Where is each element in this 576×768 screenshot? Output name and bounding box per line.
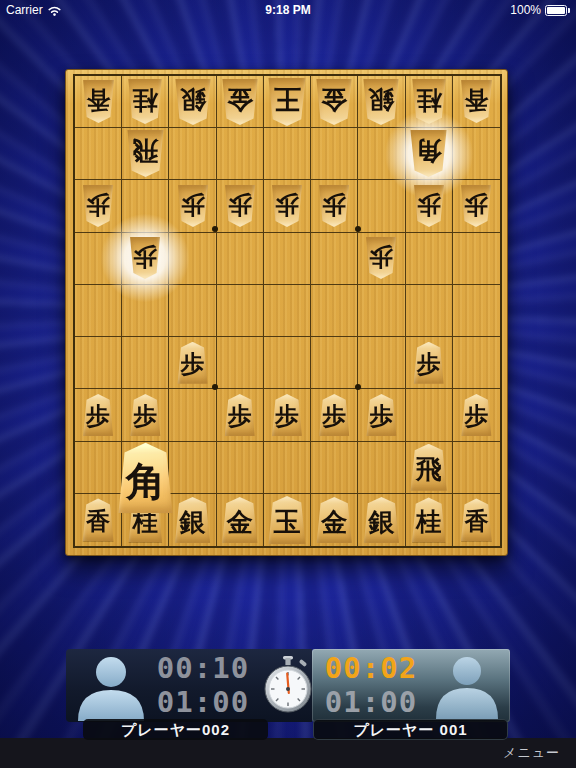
board-square[interactable]	[453, 442, 500, 494]
piece-silver-sente[interactable]: 銀	[361, 497, 401, 543]
piece-pawn-sente[interactable]: 歩	[317, 394, 351, 436]
player1-main-time: 01:00	[316, 685, 426, 719]
board-square[interactable]	[75, 337, 122, 389]
piece-pawn-sente[interactable]: 歩	[364, 394, 398, 436]
board-square[interactable]	[169, 442, 216, 494]
piece-pawn-sente[interactable]: 歩	[81, 394, 115, 436]
star-point	[212, 384, 218, 390]
board-square[interactable]: 歩	[75, 180, 122, 232]
piece-kanji: 歩	[228, 404, 252, 428]
piece-kanji: 歩	[275, 404, 299, 428]
board-square[interactable]	[169, 285, 216, 337]
player1-avatar-icon	[430, 653, 504, 719]
board-square[interactable]: 金	[217, 494, 264, 546]
board-square[interactable]: 歩	[406, 337, 453, 389]
piece-silver-sente[interactable]: 銀	[173, 497, 213, 543]
board-square[interactable]: 桂	[122, 76, 169, 128]
stopwatch-icon	[263, 655, 313, 717]
board-square[interactable]: 金	[311, 494, 358, 546]
piece-silver-gote[interactable]: 銀	[361, 79, 401, 125]
piece-gold-gote[interactable]: 金	[220, 79, 260, 125]
piece-kanji: 香	[464, 88, 488, 112]
board-square[interactable]	[75, 128, 122, 180]
star-point	[212, 226, 218, 232]
piece-kanji: 銀	[368, 508, 394, 534]
board-square[interactable]: 歩	[217, 389, 264, 441]
board-square[interactable]	[453, 285, 500, 337]
piece-kanji: 銀	[180, 508, 206, 534]
board-square[interactable]: 歩	[311, 180, 358, 232]
piece-pawn-sente[interactable]: 歩	[128, 394, 162, 436]
piece-lance-sente[interactable]: 香	[459, 498, 494, 541]
piece-gold-gote[interactable]: 金	[314, 79, 354, 125]
piece-rook-sente[interactable]: 飛	[408, 444, 449, 491]
board-square[interactable]	[75, 233, 122, 285]
piece-knight-sente[interactable]: 桂	[410, 497, 448, 542]
bottom-bar: メニュー	[0, 738, 576, 768]
piece-pawn-gote[interactable]: 歩	[223, 185, 257, 227]
battery-icon	[545, 5, 570, 16]
piece-kanji: 歩	[369, 404, 393, 428]
piece-kanji: 金	[321, 508, 347, 534]
board-square[interactable]	[358, 337, 405, 389]
board-square[interactable]	[311, 128, 358, 180]
board-square[interactable]: 歩	[311, 389, 358, 441]
piece-knight-gote[interactable]: 桂	[126, 79, 164, 124]
piece-kanji: 桂	[416, 88, 441, 113]
piece-kanji: 香	[464, 509, 488, 533]
board-square[interactable]	[358, 285, 405, 337]
board-square[interactable]	[75, 285, 122, 337]
board-square[interactable]	[311, 337, 358, 389]
board-square[interactable]	[453, 128, 500, 180]
piece-knight-gote[interactable]: 桂	[410, 79, 448, 124]
board-square[interactable]	[311, 233, 358, 285]
board-square[interactable]: 銀	[358, 494, 405, 546]
board-square[interactable]	[358, 128, 405, 180]
player1-name: プレーヤー 001	[313, 719, 508, 740]
star-point	[355, 226, 361, 232]
player2-avatar-icon	[72, 653, 150, 721]
board-square[interactable]: 歩	[169, 337, 216, 389]
piece-gold-sente[interactable]: 金	[314, 497, 354, 543]
board-square[interactable]	[217, 285, 264, 337]
piece-king-gote[interactable]: 王	[266, 78, 308, 126]
piece-kanji: 角	[416, 139, 442, 165]
piece-kanji: 歩	[133, 245, 157, 269]
board-square[interactable]: 歩	[358, 389, 405, 441]
board-square[interactable]	[264, 337, 311, 389]
piece-silver-gote[interactable]: 銀	[173, 79, 213, 125]
piece-pawn-gote[interactable]: 歩	[270, 185, 304, 227]
board-square[interactable]: 銀	[169, 494, 216, 546]
board-square[interactable]	[453, 337, 500, 389]
board-square[interactable]	[122, 285, 169, 337]
board-square[interactable]: 玉	[264, 494, 311, 546]
board-square[interactable]: 歩	[453, 180, 500, 232]
piece-kanji: 歩	[322, 404, 346, 428]
board-square[interactable]	[264, 285, 311, 337]
piece-kanji: 銀	[180, 87, 206, 113]
board-square[interactable]: 歩	[169, 180, 216, 232]
piece-kanji: 歩	[228, 193, 252, 217]
board-square[interactable]	[406, 285, 453, 337]
board-square[interactable]: 歩	[122, 389, 169, 441]
piece-pawn-gote[interactable]: 歩	[176, 185, 210, 227]
piece-kanji: 香	[86, 88, 110, 112]
piece-gold-sente[interactable]: 金	[220, 497, 260, 543]
piece-king-sente[interactable]: 玉	[266, 496, 308, 544]
piece-pawn-gote[interactable]: 歩	[459, 185, 493, 227]
piece-kanji: 金	[227, 508, 253, 534]
piece-lance-gote[interactable]: 香	[459, 80, 494, 123]
app-screen: Carrier 9:18 PM 100% 香桂銀金王金銀桂香飛角歩歩歩歩歩歩歩歩…	[0, 0, 576, 768]
board-grid: 香桂銀金王金銀桂香飛角歩歩歩歩歩歩歩歩歩歩歩歩歩歩歩歩歩歩角飛香桂銀金玉金銀桂香	[73, 74, 502, 548]
piece-pawn-gote[interactable]: 歩	[364, 237, 398, 279]
board-square[interactable]	[75, 442, 122, 494]
piece-kanji: 飛	[416, 456, 442, 482]
piece-lance-sente[interactable]: 香	[81, 498, 116, 541]
piece-pawn-gote[interactable]: 歩	[81, 185, 115, 227]
piece-kanji: 歩	[464, 193, 488, 217]
board-square[interactable]	[264, 233, 311, 285]
board-square[interactable]	[122, 337, 169, 389]
board-square[interactable]	[311, 285, 358, 337]
board-square[interactable]: 歩	[75, 389, 122, 441]
piece-pawn-sente[interactable]: 歩	[412, 342, 446, 384]
piece-kanji: 銀	[368, 87, 394, 113]
player2-main-time: 01:00	[148, 685, 258, 719]
piece-pawn-sente[interactable]: 歩	[176, 342, 210, 384]
board-square[interactable]	[169, 233, 216, 285]
board-square[interactable]	[406, 389, 453, 441]
board-square[interactable]	[169, 389, 216, 441]
board-square[interactable]	[217, 337, 264, 389]
player1-byoyomi: 00:02	[316, 651, 426, 685]
board-square[interactable]: 金	[311, 76, 358, 128]
shogi-board: 香桂銀金王金銀桂香飛角歩歩歩歩歩歩歩歩歩歩歩歩歩歩歩歩歩歩角飛香桂銀金玉金銀桂香	[65, 69, 508, 556]
board-square[interactable]: 銀	[169, 76, 216, 128]
board-square[interactable]	[217, 233, 264, 285]
board-square[interactable]	[358, 180, 405, 232]
board-square[interactable]	[406, 233, 453, 285]
board-square[interactable]	[358, 442, 405, 494]
piece-kanji: 歩	[369, 245, 393, 269]
player2-name: プレーヤー002	[83, 719, 268, 740]
board-square[interactable]	[453, 233, 500, 285]
board-square[interactable]: 香	[453, 76, 500, 128]
piece-pawn-sente[interactable]: 歩	[270, 394, 304, 436]
piece-kanji: 香	[86, 509, 110, 533]
piece-bishop-gote[interactable]: 角	[408, 130, 449, 177]
board-square[interactable]	[264, 128, 311, 180]
piece-kanji: 歩	[322, 193, 346, 217]
board-square[interactable]: 歩	[358, 233, 405, 285]
piece-kanji: 歩	[181, 193, 205, 217]
piece-kanji: 玉	[273, 508, 300, 535]
clock-panel: 00:10 01:00	[66, 649, 510, 740]
piece-kanji: 歩	[464, 404, 488, 428]
board-square[interactable]: 歩	[453, 389, 500, 441]
carrier-label: Carrier	[6, 3, 43, 17]
board-square[interactable]	[169, 128, 216, 180]
board-square[interactable]: 飛	[122, 128, 169, 180]
wifi-icon	[47, 5, 62, 16]
piece-pawn-sente[interactable]: 歩	[459, 394, 493, 436]
board-square[interactable]: 王	[264, 76, 311, 128]
board-square[interactable]	[264, 442, 311, 494]
piece-pawn-gote[interactable]: 歩	[317, 185, 351, 227]
piece-kanji: 歩	[133, 404, 157, 428]
board-square[interactable]: 歩	[122, 233, 169, 285]
piece-kanji: 歩	[275, 193, 299, 217]
battery-percent: 100%	[510, 3, 541, 17]
clock-time: 9:18 PM	[0, 3, 576, 17]
piece-kanji: 王	[273, 86, 300, 113]
board-square[interactable]: 香	[75, 494, 122, 546]
board-square[interactable]: 桂	[406, 76, 453, 128]
star-point	[355, 384, 361, 390]
board-square[interactable]: 角	[122, 442, 169, 494]
piece-kanji: 歩	[417, 352, 441, 376]
piece-kanji: 桂	[416, 509, 441, 534]
piece-pawn-gote[interactable]: 歩	[128, 237, 162, 279]
piece-pawn-gote[interactable]: 歩	[412, 185, 446, 227]
status-bar: Carrier 9:18 PM 100%	[0, 0, 576, 20]
board-square[interactable]: 角	[406, 128, 453, 180]
piece-lance-gote[interactable]: 香	[81, 80, 116, 123]
piece-kanji: 歩	[417, 193, 441, 217]
piece-rook-gote[interactable]: 飛	[125, 130, 166, 177]
piece-kanji: 歩	[86, 193, 110, 217]
piece-kanji: 金	[321, 87, 347, 113]
board-square[interactable]: 歩	[264, 180, 311, 232]
piece-bishop-sente[interactable]: 角	[115, 442, 177, 513]
board-square[interactable]: 金	[217, 76, 264, 128]
board-square[interactable]: 香	[453, 494, 500, 546]
board-square[interactable]: 歩	[264, 389, 311, 441]
board-square[interactable]: 銀	[358, 76, 405, 128]
player1-times: 00:02 01:00	[316, 651, 426, 719]
board-square[interactable]: 桂	[406, 494, 453, 546]
board-square[interactable]: 香	[75, 76, 122, 128]
board-square[interactable]: 飛	[406, 442, 453, 494]
board-square[interactable]	[122, 180, 169, 232]
menu-button[interactable]: メニュー	[503, 744, 560, 762]
piece-kanji: 歩	[181, 352, 205, 376]
piece-kanji: 金	[227, 87, 253, 113]
piece-kanji: 桂	[133, 88, 158, 113]
piece-kanji: 角	[126, 460, 165, 499]
board-square[interactable]: 歩	[217, 180, 264, 232]
piece-kanji: 飛	[132, 139, 158, 165]
piece-kanji: 歩	[86, 404, 110, 428]
board-square[interactable]	[217, 442, 264, 494]
piece-pawn-sente[interactable]: 歩	[223, 394, 257, 436]
board-square[interactable]	[311, 442, 358, 494]
board-square[interactable]	[217, 128, 264, 180]
player2-times: 00:10 01:00	[148, 651, 258, 719]
board-square[interactable]: 歩	[406, 180, 453, 232]
player2-byoyomi: 00:10	[148, 651, 258, 685]
